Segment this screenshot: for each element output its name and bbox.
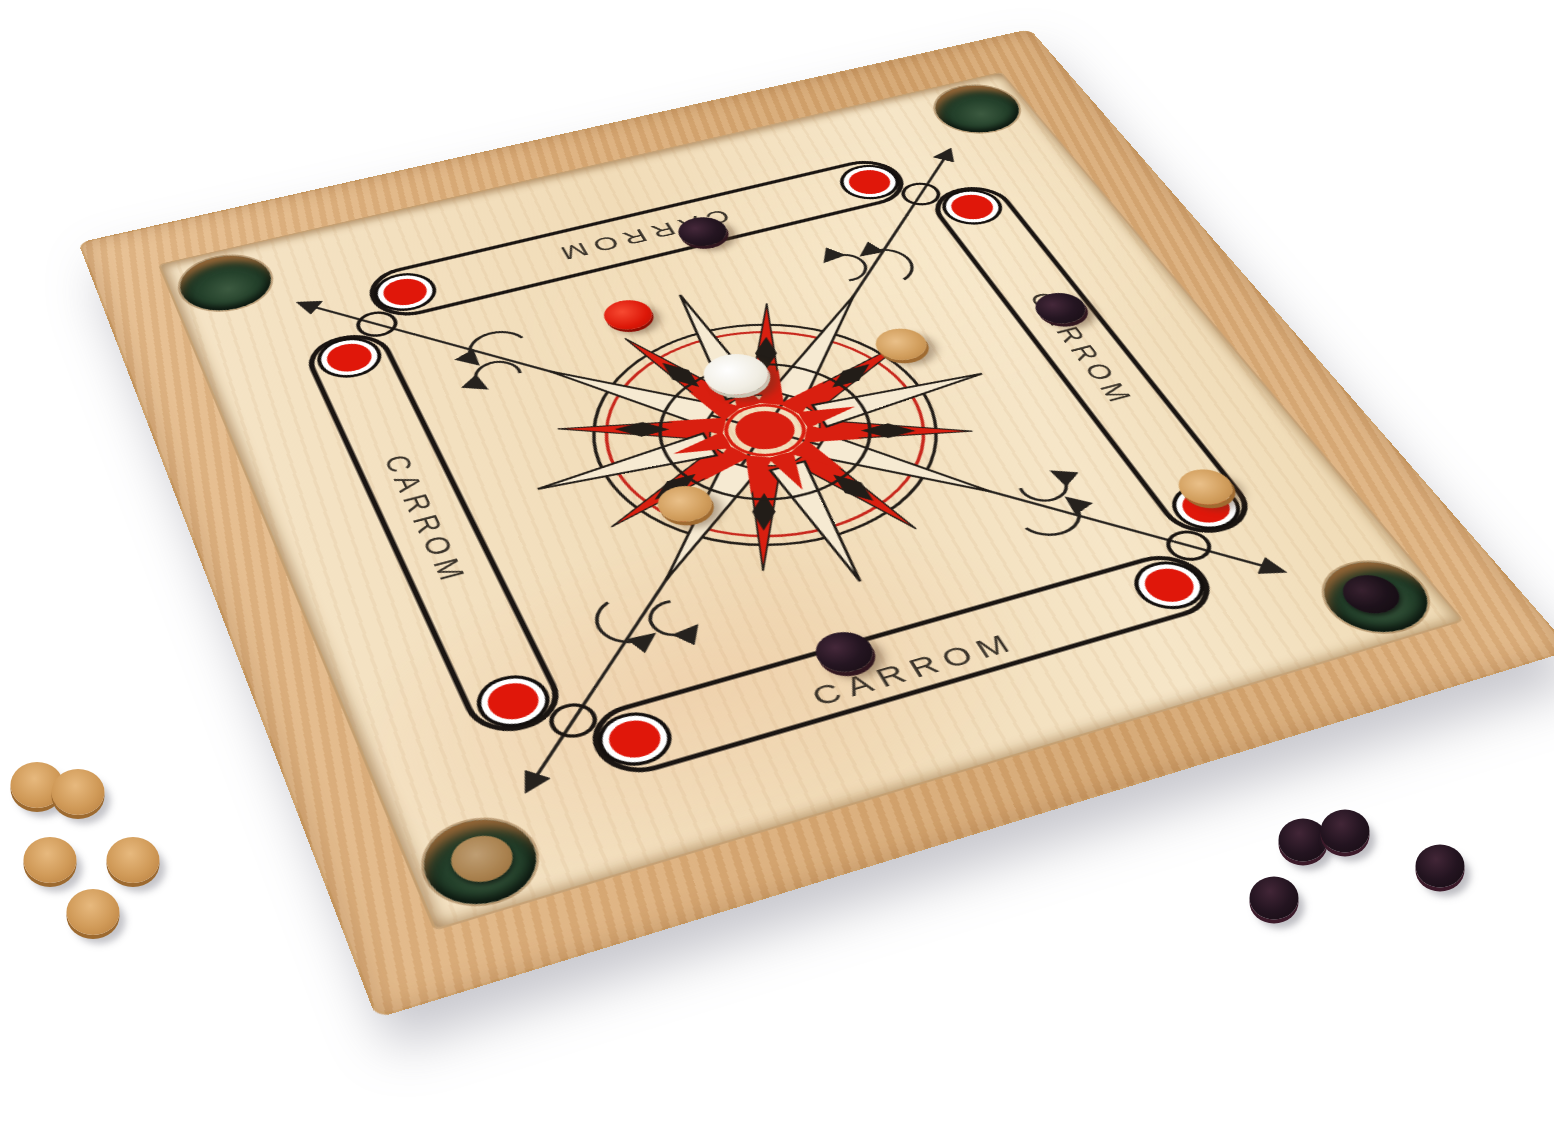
loose-wooden-coin[interactable]: [67, 889, 120, 935]
center-star: [464, 244, 1088, 647]
loose-black-coin[interactable]: [1321, 810, 1370, 853]
board: CARROM CARROM CARROM CARROM: [78, 29, 1554, 1018]
board-wrap: CARROM CARROM CARROM CARROM: [265, 0, 1265, 930]
loose-wooden-coin[interactable]: [107, 837, 160, 883]
loose-wooden-coin[interactable]: [52, 769, 105, 815]
loose-black-coin[interactable]: [1416, 845, 1465, 888]
loose-black-coin[interactable]: [1250, 877, 1299, 920]
table-scene: CARROM CARROM CARROM CARROM: [0, 0, 1554, 1127]
loose-wooden-coin[interactable]: [24, 837, 77, 883]
board-markings: CARROM CARROM CARROM CARROM: [78, 29, 1554, 1018]
loose-black-coin[interactable]: [1279, 819, 1328, 862]
title-left: CARROM: [376, 451, 475, 589]
